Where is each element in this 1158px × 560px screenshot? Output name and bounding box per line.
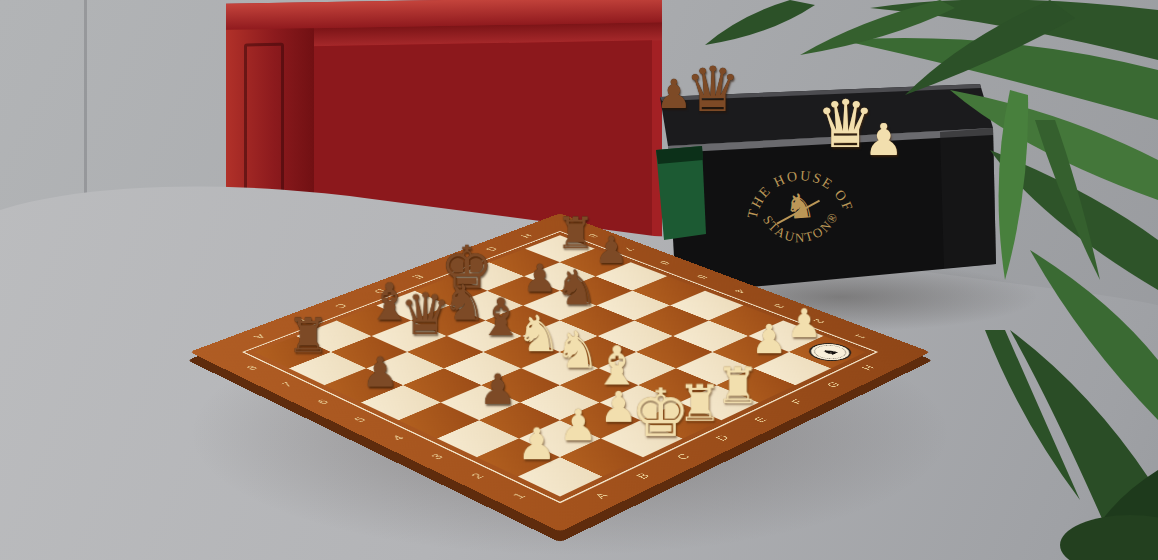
box-right-sheen (940, 128, 996, 268)
box-felt-shadow (656, 146, 703, 164)
black-rook-a8[interactable]: ♜ (287, 312, 329, 359)
svg-text:THE HOUSE OF: THE HOUSE OF (742, 164, 857, 221)
black-pawn-h7[interactable]: ♟ (595, 231, 628, 268)
white-pawn-a2[interactable]: ♟ (517, 422, 556, 466)
product-photo-scene: THE HOUSE OF STAUNTON® ♞ ♟♛♛♟ ♜♝♚♜♛♞♟♟♟♝… (0, 0, 1158, 560)
spare-black-queen[interactable]: ♛ (685, 59, 741, 121)
box-felt-opening (656, 146, 706, 240)
box-logo: THE HOUSE OF STAUNTON® ♞ (742, 164, 859, 249)
spare-white-pawn[interactable]: ♟ (864, 118, 903, 162)
white-king-c1[interactable]: ♚ (630, 380, 690, 447)
square-a4[interactable] (399, 402, 480, 438)
svg-text:STAUNTON®: STAUNTON® (759, 208, 843, 248)
black-pawn-b4[interactable]: ♟ (479, 368, 517, 410)
white-pawn-h2[interactable]: ♟ (786, 303, 822, 343)
white-rook-e1[interactable]: ♜ (716, 361, 760, 410)
black-rook-h8[interactable]: ♜ (556, 211, 595, 254)
black-queen-c7[interactable]: ♛ (399, 285, 451, 343)
white-pawn-b2[interactable]: ♟ (559, 404, 598, 447)
white-pawn-g2[interactable]: ♟ (751, 319, 787, 359)
box-logo-text-top: THE HOUSE OF (742, 164, 857, 221)
box-logo-knight-icon: ♞ (783, 185, 816, 227)
box-logo-text-bottom: STAUNTON® (759, 208, 843, 248)
box-logo-lance (776, 201, 821, 224)
black-pawn-f7[interactable]: ♟ (522, 259, 556, 297)
black-pawn-a6[interactable]: ♟ (362, 351, 399, 392)
